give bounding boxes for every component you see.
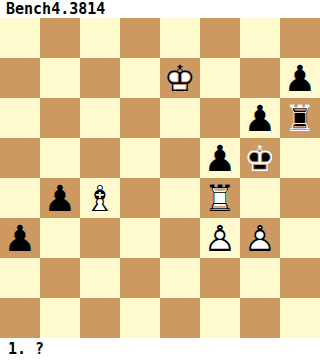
black-pawn: ♟ — [200, 138, 240, 178]
square-b2[interactable] — [40, 258, 80, 298]
square-b5[interactable] — [40, 138, 80, 178]
square-d4[interactable] — [120, 178, 160, 218]
square-b4[interactable]: ♟ — [40, 178, 80, 218]
move-prompt: 1. ? — [8, 340, 44, 358]
square-g1[interactable] — [240, 298, 280, 338]
square-c7[interactable] — [80, 58, 120, 98]
diagram-title: Bench4.3814 — [6, 0, 105, 18]
square-d3[interactable] — [120, 218, 160, 258]
chess-diagram-window: { "game": "chess", "position": "8/4K2p/6… — [0, 0, 320, 360]
square-e6[interactable] — [160, 98, 200, 138]
black-rook: ♜♖ — [280, 98, 320, 138]
white-rook: ♜♖ — [200, 178, 240, 218]
square-g7[interactable] — [240, 58, 280, 98]
square-h2[interactable] — [280, 258, 320, 298]
square-g8[interactable] — [240, 18, 280, 58]
square-g2[interactable] — [240, 258, 280, 298]
square-e1[interactable] — [160, 298, 200, 338]
square-b3[interactable] — [40, 218, 80, 258]
square-g6[interactable]: ♟ — [240, 98, 280, 138]
square-h4[interactable] — [280, 178, 320, 218]
black-pawn: ♟ — [40, 178, 80, 218]
square-b8[interactable] — [40, 18, 80, 58]
square-c3[interactable] — [80, 218, 120, 258]
square-c1[interactable] — [80, 298, 120, 338]
square-b7[interactable] — [40, 58, 80, 98]
square-h8[interactable] — [280, 18, 320, 58]
black-pawn: ♟ — [0, 218, 40, 258]
square-e2[interactable] — [160, 258, 200, 298]
square-h7[interactable]: ♟ — [280, 58, 320, 98]
square-d2[interactable] — [120, 258, 160, 298]
black-pawn: ♟ — [240, 98, 280, 138]
square-a6[interactable] — [0, 98, 40, 138]
square-e3[interactable] — [160, 218, 200, 258]
white-king: ♚♔ — [160, 58, 200, 98]
square-c8[interactable] — [80, 18, 120, 58]
white-pawn: ♟♙ — [240, 218, 280, 258]
square-f2[interactable] — [200, 258, 240, 298]
black-king: ♚♔ — [240, 138, 280, 178]
square-a7[interactable] — [0, 58, 40, 98]
square-g5[interactable]: ♚♔ — [240, 138, 280, 178]
white-bishop: ♝♗ — [80, 178, 120, 218]
square-f3[interactable]: ♟♙ — [200, 218, 240, 258]
square-f1[interactable] — [200, 298, 240, 338]
square-c5[interactable] — [80, 138, 120, 178]
chess-board: ♚♔♟♟♜♖♟♚♔♟♝♗♜♖♟♟♙♟♙ — [0, 18, 320, 338]
square-e5[interactable] — [160, 138, 200, 178]
square-a3[interactable]: ♟ — [0, 218, 40, 258]
square-f8[interactable] — [200, 18, 240, 58]
square-d8[interactable] — [120, 18, 160, 58]
square-e7[interactable]: ♚♔ — [160, 58, 200, 98]
square-d1[interactable] — [120, 298, 160, 338]
square-a4[interactable] — [0, 178, 40, 218]
square-c2[interactable] — [80, 258, 120, 298]
square-c6[interactable] — [80, 98, 120, 138]
square-g4[interactable] — [240, 178, 280, 218]
square-a8[interactable] — [0, 18, 40, 58]
square-c4[interactable]: ♝♗ — [80, 178, 120, 218]
square-d6[interactable] — [120, 98, 160, 138]
square-a1[interactable] — [0, 298, 40, 338]
square-f6[interactable] — [200, 98, 240, 138]
square-h5[interactable] — [280, 138, 320, 178]
black-pawn: ♟ — [280, 58, 320, 98]
square-g3[interactable]: ♟♙ — [240, 218, 280, 258]
square-h3[interactable] — [280, 218, 320, 258]
square-a5[interactable] — [0, 138, 40, 178]
square-a2[interactable] — [0, 258, 40, 298]
square-e8[interactable] — [160, 18, 200, 58]
square-b1[interactable] — [40, 298, 80, 338]
square-h1[interactable] — [280, 298, 320, 338]
white-pawn: ♟♙ — [200, 218, 240, 258]
square-f4[interactable]: ♜♖ — [200, 178, 240, 218]
square-h6[interactable]: ♜♖ — [280, 98, 320, 138]
square-f5[interactable]: ♟ — [200, 138, 240, 178]
square-e4[interactable] — [160, 178, 200, 218]
square-f7[interactable] — [200, 58, 240, 98]
square-d7[interactable] — [120, 58, 160, 98]
square-b6[interactable] — [40, 98, 80, 138]
square-d5[interactable] — [120, 138, 160, 178]
